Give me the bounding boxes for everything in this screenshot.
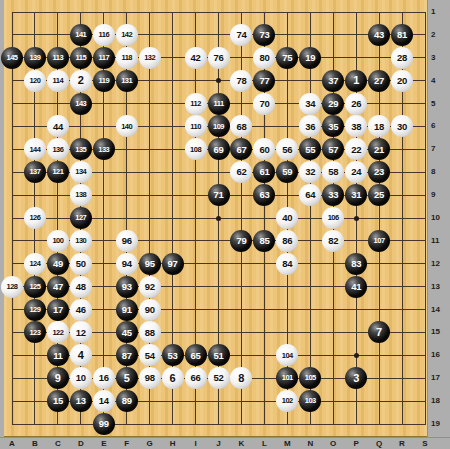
stone-move-number: 54: [145, 350, 155, 360]
stone-move-number: 84: [282, 259, 292, 269]
stone-move-number: 118: [121, 54, 132, 62]
stone-move-number: 16: [99, 373, 109, 383]
stone-move-number: 76: [214, 53, 224, 63]
stone-27[interactable]: 27: [368, 70, 390, 92]
stone-move-number: 38: [351, 121, 361, 131]
stone-move-number: 109: [213, 122, 224, 130]
stone-75[interactable]: 75: [276, 47, 298, 69]
stone-137[interactable]: 137: [24, 161, 46, 183]
stone-69[interactable]: 69: [208, 138, 230, 160]
stone-9[interactable]: 9: [47, 367, 69, 389]
stone-move-number: 73: [259, 30, 269, 40]
row-label-1: 1: [431, 8, 447, 16]
stone-move-number: 83: [351, 259, 361, 269]
stone-move-number: 107: [374, 237, 385, 245]
stone-94[interactable]: 94: [116, 253, 138, 275]
stone-66[interactable]: 66: [185, 367, 207, 389]
stone-move-number: 70: [259, 98, 269, 108]
stone-move-number: 47: [53, 281, 63, 291]
stone-65[interactable]: 65: [185, 344, 207, 366]
row-label-13: 13: [431, 283, 447, 291]
stone-move-number: 25: [374, 190, 384, 200]
stone-move-number: 65: [191, 350, 201, 360]
stone-99[interactable]: 99: [93, 413, 115, 435]
column-label-F: F: [120, 440, 134, 448]
stone-93[interactable]: 93: [116, 276, 138, 298]
stone-move-number: 75: [282, 53, 292, 63]
stone-118[interactable]: 118: [116, 47, 138, 69]
column-label-B: B: [28, 440, 42, 448]
stone-move-number: 135: [75, 145, 86, 153]
stone-133[interactable]: 133: [93, 138, 115, 160]
stone-move-number: 29: [328, 98, 338, 108]
stone-120[interactable]: 120: [24, 70, 46, 92]
stone-move-number: 37: [328, 75, 338, 85]
stone-move-number: 122: [52, 328, 63, 336]
stone-move-number: 99: [99, 419, 109, 429]
star-point: [354, 216, 359, 221]
grid-line-vertical: [310, 12, 311, 425]
stone-move-number: 110: [190, 122, 201, 130]
stone-move-number: 121: [52, 168, 63, 176]
stone-move-number: 120: [29, 76, 40, 84]
row-label-14: 14: [431, 306, 447, 314]
stone-117[interactable]: 117: [93, 47, 115, 69]
stone-move-number: 111: [213, 99, 223, 107]
stone-move-number: 129: [29, 305, 40, 313]
stone-move-number: 52: [214, 373, 224, 383]
stone-move-number: 44: [53, 121, 63, 131]
stone-70[interactable]: 70: [253, 93, 275, 115]
stone-move-number: 48: [76, 281, 86, 291]
stone-move-number: 133: [98, 145, 109, 153]
stone-move-number: 69: [214, 144, 224, 154]
stone-90[interactable]: 90: [139, 299, 161, 321]
stone-move-number: 100: [52, 237, 63, 245]
stone-move-number: 132: [144, 54, 155, 62]
stone-move-number: 71: [214, 190, 224, 200]
stone-87[interactable]: 87: [116, 344, 138, 366]
stone-move-number: 145: [6, 54, 17, 62]
stone-move-number: 142: [121, 31, 132, 39]
stone-82[interactable]: 82: [322, 230, 344, 252]
stone-move-number: 23: [374, 167, 384, 177]
stone-move-number: 74: [236, 30, 246, 40]
row-label-3: 3: [431, 54, 447, 62]
stone-26[interactable]: 26: [345, 93, 367, 115]
grid-line-vertical: [425, 12, 426, 425]
column-label-K: K: [234, 440, 248, 448]
column-label-H: H: [166, 440, 180, 448]
stone-10[interactable]: 10: [70, 367, 92, 389]
stone-96[interactable]: 96: [116, 230, 138, 252]
row-label-15: 15: [431, 328, 447, 336]
stone-move-number: 112: [190, 99, 201, 107]
stone-17[interactable]: 17: [47, 299, 69, 321]
row-label-5: 5: [431, 100, 447, 108]
stone-move-number: 138: [75, 191, 86, 199]
stone-135[interactable]: 135: [70, 138, 92, 160]
stone-move-number: 95: [145, 259, 155, 269]
stone-move-number: 125: [29, 282, 40, 290]
stone-107[interactable]: 107: [368, 230, 390, 252]
stone-move-number: 36: [305, 121, 315, 131]
stone-move-number: 55: [305, 144, 315, 154]
stone-move-number: 88: [145, 327, 155, 337]
stone-28[interactable]: 28: [391, 47, 413, 69]
stone-move-number: 130: [75, 237, 86, 245]
stone-126[interactable]: 126: [24, 207, 46, 229]
stone-move-number: 134: [75, 168, 86, 176]
stone-move-number: 113: [53, 54, 64, 62]
stone-move-number: 104: [282, 351, 293, 359]
row-label-4: 4: [431, 77, 447, 85]
stone-move-number: 119: [98, 76, 109, 84]
go-kifu-diagram: 1234567891011121314151617181920212223242…: [0, 0, 450, 449]
stone-83[interactable]: 83: [345, 253, 367, 275]
stone-move-number: 9: [55, 372, 61, 383]
stone-111[interactable]: 111: [208, 93, 230, 115]
stone-move-number: 15: [53, 396, 63, 406]
stone-move-number: 14: [99, 396, 109, 406]
column-label-L: L: [257, 440, 271, 448]
column-label-O: O: [326, 440, 340, 448]
stone-move-number: 19: [305, 53, 315, 63]
star-point: [216, 216, 221, 221]
stone-move-number: 10: [76, 373, 86, 383]
stone-move-number: 53: [168, 350, 178, 360]
stone-move-number: 61: [259, 167, 269, 177]
row-label-18: 18: [431, 397, 447, 405]
stone-move-number: 137: [29, 168, 40, 176]
stone-143[interactable]: 143: [70, 93, 92, 115]
stone-127[interactable]: 127: [70, 207, 92, 229]
stone-move-number: 66: [191, 373, 201, 383]
stone-37[interactable]: 37: [322, 70, 344, 92]
stone-139[interactable]: 139: [24, 47, 46, 69]
grid-line-horizontal: [12, 424, 426, 425]
stone-move-number: 34: [305, 98, 315, 108]
stone-move-number: 62: [236, 167, 246, 177]
row-label-16: 16: [431, 351, 447, 359]
stone-move-number: 12: [76, 327, 86, 337]
column-label-D: D: [74, 440, 88, 448]
row-label-7: 7: [431, 145, 447, 153]
row-label-11: 11: [431, 237, 447, 245]
column-label-R: R: [395, 440, 409, 448]
stone-move-number: 40: [282, 213, 292, 223]
stone-124[interactable]: 124: [24, 253, 46, 275]
stone-138[interactable]: 138: [70, 184, 92, 206]
row-label-8: 8: [431, 168, 447, 176]
column-label-N: N: [303, 440, 317, 448]
stone-71[interactable]: 71: [208, 184, 230, 206]
stone-move-number: 105: [305, 374, 316, 382]
stone-51[interactable]: 51: [208, 344, 230, 366]
stone-move-number: 79: [236, 236, 246, 246]
stone-move-number: 89: [122, 396, 132, 406]
stone-move-number: 90: [145, 304, 155, 314]
stone-115[interactable]: 115: [70, 47, 92, 69]
row-label-17: 17: [431, 374, 447, 382]
column-label-I: I: [189, 440, 203, 448]
stone-145[interactable]: 145: [1, 47, 23, 69]
stone-move-number: 81: [397, 30, 407, 40]
stone-42[interactable]: 42: [185, 47, 207, 69]
stone-move-number: 114: [53, 76, 64, 84]
stone-move-number: 63: [259, 190, 269, 200]
stone-move-number: 143: [75, 99, 86, 107]
stone-6[interactable]: 6: [162, 367, 184, 389]
stone-move-number: 35: [328, 121, 338, 131]
stone-move-number: 64: [305, 190, 315, 200]
stone-move-number: 91: [122, 304, 132, 314]
row-label-6: 6: [431, 122, 447, 130]
stone-move-number: 94: [122, 259, 132, 269]
stone-52[interactable]: 52: [208, 367, 230, 389]
stone-move-number: 80: [259, 53, 269, 63]
stone-move-number: 21: [374, 144, 384, 154]
stone-move-number: 136: [52, 145, 63, 153]
stone-92[interactable]: 92: [139, 276, 161, 298]
stone-move-number: 5: [124, 372, 130, 383]
stone-move-number: 42: [191, 53, 201, 63]
stone-46[interactable]: 46: [70, 299, 92, 321]
stone-move-number: 115: [75, 54, 86, 62]
stone-48[interactable]: 48: [70, 276, 92, 298]
column-label-A: A: [5, 440, 19, 448]
stone-88[interactable]: 88: [139, 321, 161, 343]
stone-move-number: 50: [76, 259, 86, 269]
stone-move-number: 4: [78, 349, 84, 360]
stone-move-number: 96: [122, 236, 132, 246]
stone-49[interactable]: 49: [47, 253, 69, 275]
stone-move-number: 28: [397, 53, 407, 63]
stone-move-number: 92: [145, 281, 155, 291]
stone-50[interactable]: 50: [70, 253, 92, 275]
stone-4[interactable]: 4: [70, 344, 92, 366]
stone-move-number: 18: [374, 121, 384, 131]
stone-move-number: 11: [53, 350, 62, 360]
stone-108[interactable]: 108: [185, 138, 207, 160]
stone-121[interactable]: 121: [47, 161, 69, 183]
stone-20[interactable]: 20: [391, 70, 413, 92]
stone-move-number: 41: [351, 281, 361, 291]
stone-move-number: 101: [282, 374, 293, 382]
stone-move-number: 124: [29, 260, 40, 268]
column-label-P: P: [349, 440, 363, 448]
stone-53[interactable]: 53: [162, 344, 184, 366]
stone-move-number: 117: [98, 54, 109, 62]
stone-move-number: 60: [259, 144, 269, 154]
stone-142[interactable]: 142: [116, 24, 138, 46]
stone-move-number: 131: [121, 76, 132, 84]
stone-move-number: 108: [190, 145, 201, 153]
stone-84[interactable]: 84: [276, 253, 298, 275]
stone-113[interactable]: 113: [47, 47, 69, 69]
stone-110[interactable]: 110: [185, 115, 207, 137]
stone-move-number: 87: [122, 350, 132, 360]
stone-move-number: 20: [397, 75, 407, 85]
stone-move-number: 46: [76, 304, 86, 314]
stone-140[interactable]: 140: [116, 115, 138, 137]
stone-130[interactable]: 130: [70, 230, 92, 252]
column-label-G: G: [143, 440, 157, 448]
stone-78[interactable]: 78: [230, 70, 252, 92]
stone-114[interactable]: 114: [47, 70, 69, 92]
stone-move-number: 77: [259, 75, 269, 85]
stone-116[interactable]: 116: [93, 24, 115, 46]
stone-move-number: 32: [305, 167, 315, 177]
stone-move-number: 1: [353, 75, 359, 86]
stone-91[interactable]: 91: [116, 299, 138, 321]
stone-move-number: 98: [145, 373, 155, 383]
stone-move-number: 7: [376, 326, 382, 337]
stone-2[interactable]: 2: [70, 70, 92, 92]
stone-29[interactable]: 29: [322, 93, 344, 115]
row-label-2: 2: [431, 31, 447, 39]
stone-move-number: 78: [236, 75, 246, 85]
stone-43[interactable]: 43: [368, 24, 390, 46]
stone-move-number: 22: [351, 144, 361, 154]
stone-move-number: 128: [6, 282, 17, 290]
stone-13[interactable]: 13: [70, 390, 92, 412]
stone-45[interactable]: 45: [116, 321, 138, 343]
stone-109[interactable]: 109: [208, 115, 230, 137]
stone-15[interactable]: 15: [47, 390, 69, 412]
stone-move-number: 24: [351, 167, 361, 177]
stone-47[interactable]: 47: [47, 276, 69, 298]
stone-move-number: 141: [75, 31, 86, 39]
stone-move-number: 139: [29, 54, 40, 62]
stone-97[interactable]: 97: [162, 253, 184, 275]
column-label-M: M: [280, 440, 294, 448]
stone-move-number: 116: [98, 31, 109, 39]
row-label-12: 12: [431, 260, 447, 268]
stone-95[interactable]: 95: [139, 253, 161, 275]
stone-134[interactable]: 134: [70, 161, 92, 183]
stone-move-number: 102: [282, 397, 293, 405]
stone-move-number: 58: [328, 167, 338, 177]
stone-move-number: 127: [75, 214, 86, 222]
column-label-E: E: [97, 440, 111, 448]
stone-move-number: 97: [168, 259, 178, 269]
stone-move-number: 126: [29, 214, 40, 222]
column-label-C: C: [51, 440, 65, 448]
stone-move-number: 140: [121, 122, 132, 130]
stone-54[interactable]: 54: [139, 344, 161, 366]
stone-move-number: 27: [374, 75, 384, 85]
stone-move-number: 106: [328, 214, 339, 222]
stone-move-number: 3: [353, 372, 359, 383]
stone-14[interactable]: 14: [93, 390, 115, 412]
stone-77[interactable]: 77: [253, 70, 275, 92]
column-label-Q: Q: [372, 440, 386, 448]
stone-move-number: 26: [351, 98, 361, 108]
stone-move-number: 82: [328, 236, 338, 246]
stone-move-number: 17: [53, 304, 63, 314]
stone-89[interactable]: 89: [116, 390, 138, 412]
stone-5[interactable]: 5: [116, 367, 138, 389]
stone-move-number: 85: [259, 236, 269, 246]
stone-98[interactable]: 98: [139, 367, 161, 389]
stone-move-number: 59: [282, 167, 292, 177]
stone-112[interactable]: 112: [185, 93, 207, 115]
stone-move-number: 49: [53, 259, 63, 269]
stone-100[interactable]: 100: [47, 230, 69, 252]
stone-move-number: 68: [236, 121, 246, 131]
stone-move-number: 67: [236, 144, 246, 154]
stone-move-number: 123: [29, 328, 40, 336]
stone-move-number: 144: [29, 145, 40, 153]
stone-move-number: 13: [76, 396, 86, 406]
row-label-19: 19: [431, 420, 447, 428]
stone-move-number: 43: [374, 30, 384, 40]
stone-move-number: 31: [351, 190, 361, 200]
stone-move-number: 8: [238, 372, 244, 383]
stone-move-number: 57: [328, 144, 338, 154]
stone-132[interactable]: 132: [139, 47, 161, 69]
stone-move-number: 86: [282, 236, 292, 246]
stone-141[interactable]: 141: [70, 24, 92, 46]
stone-128[interactable]: 128: [1, 276, 23, 298]
stone-34[interactable]: 34: [299, 93, 321, 115]
stone-move-number: 2: [78, 75, 84, 86]
stone-move-number: 45: [122, 327, 132, 337]
stone-move-number: 103: [305, 397, 316, 405]
stone-41[interactable]: 41: [345, 276, 367, 298]
stone-76[interactable]: 76: [208, 47, 230, 69]
column-label-J: J: [212, 440, 226, 448]
star-point: [354, 353, 359, 358]
stone-81[interactable]: 81: [391, 24, 413, 46]
stone-move-number: 6: [170, 372, 176, 383]
stone-129[interactable]: 129: [24, 299, 46, 321]
row-label-9: 9: [431, 191, 447, 199]
stone-131[interactable]: 131: [116, 70, 138, 92]
stone-move-number: 56: [282, 144, 292, 154]
stone-move-number: 51: [214, 350, 224, 360]
stone-119[interactable]: 119: [93, 70, 115, 92]
stone-move-number: 93: [122, 281, 132, 291]
stone-move-number: 30: [397, 121, 407, 131]
stone-1[interactable]: 1: [345, 70, 367, 92]
stone-move-number: 33: [328, 190, 338, 200]
stone-125[interactable]: 125: [24, 276, 46, 298]
stone-16[interactable]: 16: [93, 367, 115, 389]
stone-19[interactable]: 19: [299, 47, 321, 69]
row-label-10: 10: [431, 214, 447, 222]
column-label-S: S: [418, 440, 432, 448]
